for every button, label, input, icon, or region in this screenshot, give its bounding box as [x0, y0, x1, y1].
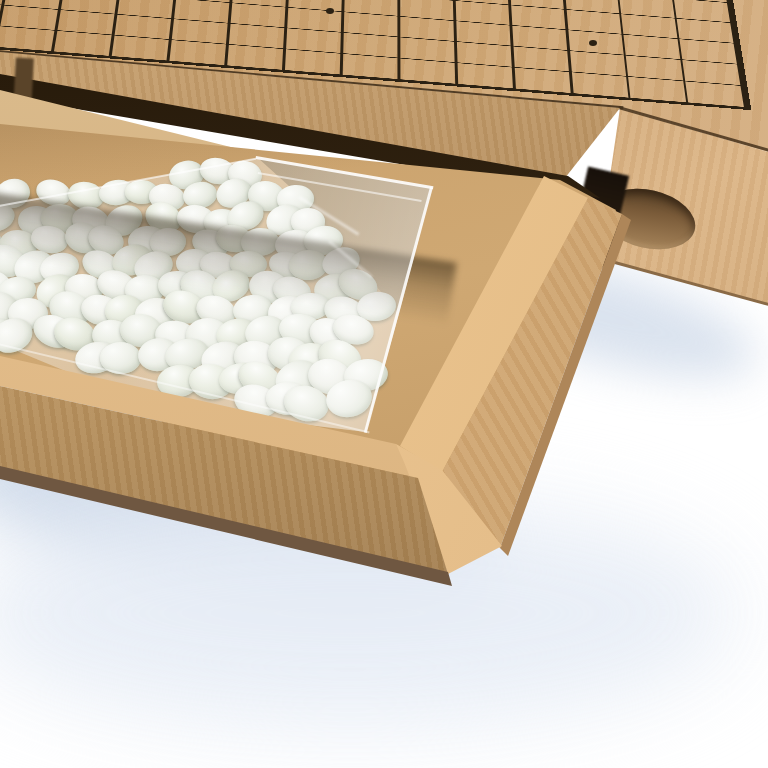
go-stone-white	[197, 337, 248, 381]
go-stone-white	[217, 360, 265, 397]
go-stone-white	[198, 155, 237, 187]
go-stone-white	[230, 380, 280, 422]
go-stone-white	[305, 312, 357, 358]
go-stone-white	[72, 338, 121, 377]
board-right-edge-line	[618, 106, 768, 151]
go-stone-white	[231, 338, 280, 378]
go-grid	[0, 0, 751, 110]
go-stone-white	[162, 335, 211, 375]
hoshi-star-point	[326, 8, 334, 14]
cavity-left-wall	[12, 58, 34, 131]
go-stone-white	[100, 342, 141, 374]
go-stone-white	[89, 317, 136, 357]
bag-glare-streak	[298, 196, 359, 236]
go-stone-white	[133, 296, 178, 332]
board-front-edge-line	[0, 50, 623, 109]
go-stone-white	[0, 287, 22, 333]
go-stone-white	[213, 314, 259, 352]
go-stone-white	[314, 334, 368, 382]
go-stone-white	[186, 361, 235, 402]
go-stone-white	[98, 178, 137, 207]
go-stone-white	[63, 272, 105, 306]
go-stone-white	[45, 286, 97, 333]
go-stone-white	[50, 313, 98, 356]
go-stone-white	[193, 291, 239, 331]
go-stone-white	[29, 310, 80, 354]
go-stone-white	[212, 173, 255, 212]
go-stone-white	[166, 157, 207, 193]
background-shadow-wash	[0, 498, 740, 728]
go-stone-white	[266, 382, 311, 416]
go-stone-white	[125, 180, 158, 204]
go-stone-white	[32, 268, 81, 313]
go-stone-white	[8, 298, 49, 330]
bag-zip-seal	[258, 172, 422, 202]
go-stone-white	[241, 311, 289, 352]
go-stone-white	[245, 178, 286, 213]
go-stone-white	[78, 291, 123, 329]
go-stone-white	[155, 362, 202, 400]
go-stone-white	[276, 184, 315, 214]
go-stone-white	[186, 318, 229, 353]
go-stone-white	[331, 311, 377, 348]
board-shadow-on-bag	[0, 192, 457, 326]
go-stone-white	[305, 355, 354, 398]
go-stone-white	[104, 293, 146, 328]
go-stone-white	[159, 285, 209, 328]
bag-edge-highlight	[256, 156, 434, 189]
go-set-product-photo	[0, 0, 768, 768]
go-stone-white	[0, 275, 37, 307]
go-stone-white	[147, 181, 187, 213]
go-stone-white	[323, 375, 376, 421]
go-stone-white	[280, 381, 332, 426]
go-stone-white	[0, 312, 38, 359]
go-stone-white	[288, 341, 333, 378]
go-stone-white	[291, 208, 326, 235]
go-stone-white	[118, 312, 163, 350]
go-stone-white	[0, 265, 16, 306]
go-stone-white	[152, 316, 202, 357]
go-stone-white	[277, 312, 323, 348]
hoshi-star-point	[589, 40, 597, 46]
go-stone-white	[136, 335, 182, 374]
go-stone-white	[270, 353, 325, 401]
go-stone-white	[342, 356, 390, 394]
go-stone-white	[226, 158, 264, 191]
go-stone-white	[181, 180, 218, 211]
go-stone-white	[266, 334, 312, 373]
go-stone-white	[233, 356, 285, 402]
go-stone-white	[0, 315, 18, 354]
